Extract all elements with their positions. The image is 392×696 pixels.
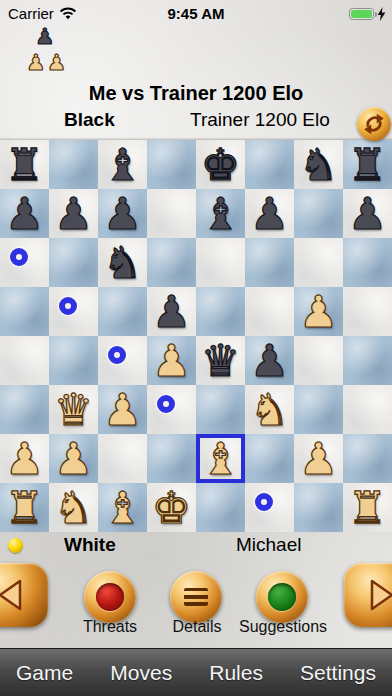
back-arrow-icon [0, 577, 27, 613]
square-c1[interactable]: ♝ [98, 483, 147, 532]
suggestions-button[interactable] [256, 571, 308, 623]
rotate-board-icon [362, 112, 386, 136]
square-a6[interactable] [0, 238, 49, 287]
square-f7[interactable]: ♟ [245, 189, 294, 238]
square-c8[interactable]: ♝ [98, 140, 147, 189]
clock: 9:45 AM [0, 5, 392, 22]
piece-black-pawn: ♟ [98, 189, 147, 238]
square-a4[interactable] [0, 336, 49, 385]
battery-group [349, 7, 386, 21]
piece-black-queen: ♛ [196, 336, 245, 385]
chess-board[interactable]: ♜♝♚♞♜♟♟♟♝♟♟♞♟♟♟♛♟♛♟♞♟♟♝♟♜♞♝♚♜ [0, 140, 392, 532]
piece-black-pawn: ♟ [147, 287, 196, 336]
piece-white-knight: ♞ [245, 385, 294, 434]
tab-game[interactable]: Game [16, 661, 73, 685]
piece-black-pawn: ♟ [245, 336, 294, 385]
square-a7[interactable]: ♟ [0, 189, 49, 238]
piece-white-rook: ♜ [0, 483, 49, 532]
square-h4[interactable] [343, 336, 392, 385]
square-f1[interactable] [245, 483, 294, 532]
tab-moves[interactable]: Moves [110, 661, 172, 685]
piece-black-knight: ♞ [98, 238, 147, 287]
threats-button[interactable] [84, 571, 136, 623]
back-move-button[interactable] [0, 563, 48, 627]
square-h3[interactable] [343, 385, 392, 434]
legal-move-ring [255, 493, 273, 511]
square-a8[interactable]: ♜ [0, 140, 49, 189]
square-f8[interactable] [245, 140, 294, 189]
piece-black-pawn: ♟ [245, 189, 294, 238]
tab-rules[interactable]: Rules [209, 661, 263, 685]
piece-black-pawn: ♟ [49, 189, 98, 238]
captured-white-pawn: ♟ [26, 50, 46, 76]
square-e4[interactable]: ♛ [196, 336, 245, 385]
white-player-row: White Michael [0, 534, 392, 560]
square-c3[interactable]: ♟ [98, 385, 147, 434]
captured-black-pawn: ♟ [35, 24, 55, 50]
square-g6[interactable] [294, 238, 343, 287]
square-g5[interactable]: ♟ [294, 287, 343, 336]
square-g7[interactable] [294, 189, 343, 238]
piece-white-rook: ♜ [343, 483, 392, 532]
square-b6[interactable] [49, 238, 98, 287]
square-e1[interactable] [196, 483, 245, 532]
square-g3[interactable] [294, 385, 343, 434]
square-f6[interactable] [245, 238, 294, 287]
square-d3[interactable] [147, 385, 196, 434]
square-c7[interactable]: ♟ [98, 189, 147, 238]
square-e6[interactable] [196, 238, 245, 287]
square-d4[interactable]: ♟ [147, 336, 196, 385]
square-b5[interactable] [49, 287, 98, 336]
square-b2[interactable]: ♟ [49, 434, 98, 483]
square-h5[interactable] [343, 287, 392, 336]
charging-bolt-icon [377, 7, 386, 21]
square-h7[interactable]: ♟ [343, 189, 392, 238]
details-button[interactable] [170, 571, 222, 623]
toolbar: Threats Details Suggestions [0, 560, 392, 648]
black-player-row: Black Trainer 1200 Elo [0, 109, 392, 135]
threats-red-dot-icon [96, 583, 124, 611]
piece-white-bishop: ♝ [98, 483, 147, 532]
square-c4[interactable] [98, 336, 147, 385]
square-h1[interactable]: ♜ [343, 483, 392, 532]
piece-white-knight: ♞ [49, 483, 98, 532]
piece-white-pawn: ♟ [98, 385, 147, 434]
captured-pieces-tray: ♟♟♟ [26, 24, 66, 76]
piece-white-bishop: ♝ [196, 434, 245, 483]
piece-white-pawn: ♟ [147, 336, 196, 385]
square-f2[interactable] [245, 434, 294, 483]
square-f5[interactable] [245, 287, 294, 336]
square-d7[interactable] [147, 189, 196, 238]
black-player-name: Trainer 1200 Elo [190, 109, 330, 131]
square-h8[interactable]: ♜ [343, 140, 392, 189]
square-g4[interactable] [294, 336, 343, 385]
legal-move-ring [59, 297, 77, 315]
piece-black-king: ♚ [196, 140, 245, 189]
square-c5[interactable] [98, 287, 147, 336]
piece-white-pawn: ♟ [0, 434, 49, 483]
square-e8[interactable]: ♚ [196, 140, 245, 189]
threats-label: Threats [83, 618, 137, 636]
square-a2[interactable]: ♟ [0, 434, 49, 483]
chess-app-screen: Carrier 9:45 AM ♟♟♟ Me vs Trainer 1200 E… [0, 0, 392, 696]
square-e3[interactable] [196, 385, 245, 434]
square-b1[interactable]: ♞ [49, 483, 98, 532]
square-f4[interactable]: ♟ [245, 336, 294, 385]
square-d2[interactable] [147, 434, 196, 483]
square-e5[interactable] [196, 287, 245, 336]
square-d6[interactable] [147, 238, 196, 287]
white-side-label: White [64, 534, 116, 556]
forward-move-button[interactable] [344, 563, 392, 627]
square-e7[interactable]: ♝ [196, 189, 245, 238]
game-title: Me vs Trainer 1200 Elo [0, 82, 392, 105]
piece-white-queen: ♛ [49, 385, 98, 434]
legal-move-ring [108, 346, 126, 364]
piece-black-rook: ♜ [0, 140, 49, 189]
piece-black-rook: ♜ [343, 140, 392, 189]
turn-indicator-dot [8, 538, 23, 553]
suggestions-label: Suggestions [239, 618, 327, 636]
piece-black-knight: ♞ [294, 140, 343, 189]
details-list-icon [184, 588, 208, 606]
piece-black-pawn: ♟ [343, 189, 392, 238]
square-a5[interactable] [0, 287, 49, 336]
square-h2[interactable] [343, 434, 392, 483]
piece-black-bishop: ♝ [98, 140, 147, 189]
square-b7[interactable]: ♟ [49, 189, 98, 238]
square-e2[interactable]: ♝ [196, 434, 245, 483]
square-g1[interactable] [294, 483, 343, 532]
captured-white-pawn: ♟ [47, 50, 67, 76]
square-b3[interactable]: ♛ [49, 385, 98, 434]
rotate-board-button[interactable] [357, 107, 391, 141]
battery-charging-icon [349, 8, 374, 20]
piece-white-pawn: ♟ [294, 434, 343, 483]
black-side-label: Black [64, 109, 115, 131]
tab-bar: Game Moves Rules Settings [0, 648, 392, 696]
square-a1[interactable]: ♜ [0, 483, 49, 532]
square-g8[interactable]: ♞ [294, 140, 343, 189]
legal-move-ring [157, 395, 175, 413]
tab-settings[interactable]: Settings [300, 661, 376, 685]
legal-move-ring [10, 248, 28, 266]
square-h6[interactable] [343, 238, 392, 287]
square-d5[interactable]: ♟ [147, 287, 196, 336]
white-player-name: Michael [236, 534, 301, 556]
suggestions-green-dot-icon [268, 583, 296, 611]
square-d8[interactable] [147, 140, 196, 189]
piece-white-pawn: ♟ [294, 287, 343, 336]
square-d1[interactable]: ♚ [147, 483, 196, 532]
square-c6[interactable]: ♞ [98, 238, 147, 287]
piece-black-bishop: ♝ [196, 189, 245, 238]
forward-arrow-icon [365, 577, 392, 613]
square-c2[interactable] [98, 434, 147, 483]
captured-row: ♟ [26, 24, 66, 50]
square-b4[interactable] [49, 336, 98, 385]
piece-white-pawn: ♟ [49, 434, 98, 483]
piece-white-king: ♚ [147, 483, 196, 532]
captured-row: ♟♟ [26, 50, 66, 76]
square-f3[interactable]: ♞ [245, 385, 294, 434]
square-b8[interactable] [49, 140, 98, 189]
square-a3[interactable] [0, 385, 49, 434]
details-label: Details [173, 618, 222, 636]
piece-black-pawn: ♟ [0, 189, 49, 238]
square-g2[interactable]: ♟ [294, 434, 343, 483]
